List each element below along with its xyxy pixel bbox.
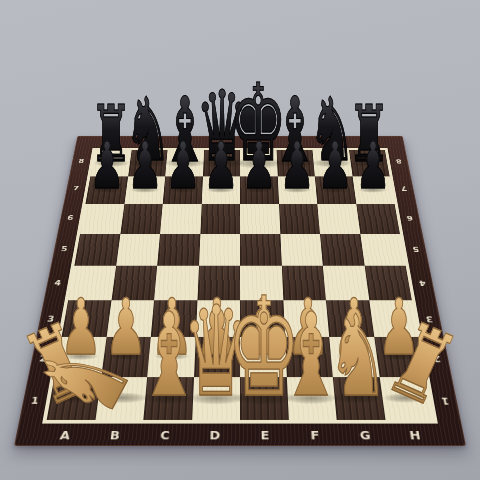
file-labels: ABCDEFGH xyxy=(38,424,442,446)
square-h6[interactable] xyxy=(356,204,400,234)
file-label-d: D xyxy=(190,428,240,442)
piece-black-pawn-d7[interactable]: ♟ xyxy=(203,134,238,199)
square-g6[interactable] xyxy=(317,204,360,234)
square-h5[interactable] xyxy=(360,234,406,266)
piece-black-pawn-b7[interactable]: ♟ xyxy=(127,134,162,199)
file-label-e: E xyxy=(240,428,290,442)
chess-photo-scene: ABCDEFGH 87654321 87654321 ♜♞♝♛♚♝♞♜♟♟♟♟♟… xyxy=(0,0,480,480)
square-g5[interactable] xyxy=(320,234,364,266)
square-d5[interactable] xyxy=(199,234,240,266)
file-label-h: H xyxy=(389,428,441,442)
square-f5[interactable] xyxy=(280,234,323,266)
piece-black-pawn-g7[interactable]: ♟ xyxy=(317,134,352,199)
rank-label-5-right: 5 xyxy=(405,245,426,253)
square-b6[interactable] xyxy=(120,204,163,234)
rank-label-5-left: 5 xyxy=(53,245,74,253)
piece-black-pawn-f7[interactable]: ♟ xyxy=(279,134,314,199)
square-c6[interactable] xyxy=(160,204,201,234)
square-a5[interactable] xyxy=(74,234,120,266)
rank-label-6-left: 6 xyxy=(60,214,81,222)
rank-label-6-right: 6 xyxy=(400,214,421,222)
rank-label-8-right: 8 xyxy=(389,158,408,165)
square-f6[interactable] xyxy=(279,204,320,234)
rank-label-7-left: 7 xyxy=(66,185,86,192)
square-d6[interactable] xyxy=(200,204,240,234)
square-b5[interactable] xyxy=(116,234,160,266)
square-e5[interactable] xyxy=(240,234,281,266)
file-label-c: C xyxy=(139,428,190,442)
rank-label-7-right: 7 xyxy=(394,185,414,192)
file-label-g: G xyxy=(339,428,391,442)
square-e6[interactable] xyxy=(240,204,280,234)
square-c5[interactable] xyxy=(157,234,200,266)
piece-black-pawn-a7[interactable]: ♟ xyxy=(89,134,124,199)
file-label-a: A xyxy=(39,428,91,442)
piece-black-pawn-e7[interactable]: ♟ xyxy=(241,134,276,199)
piece-black-pawn-h7[interactable]: ♟ xyxy=(355,134,390,199)
square-a6[interactable] xyxy=(80,204,124,234)
piece-black-pawn-c7[interactable]: ♟ xyxy=(165,134,200,199)
file-label-f: F xyxy=(290,428,341,442)
rank-label-8-left: 8 xyxy=(72,158,91,165)
